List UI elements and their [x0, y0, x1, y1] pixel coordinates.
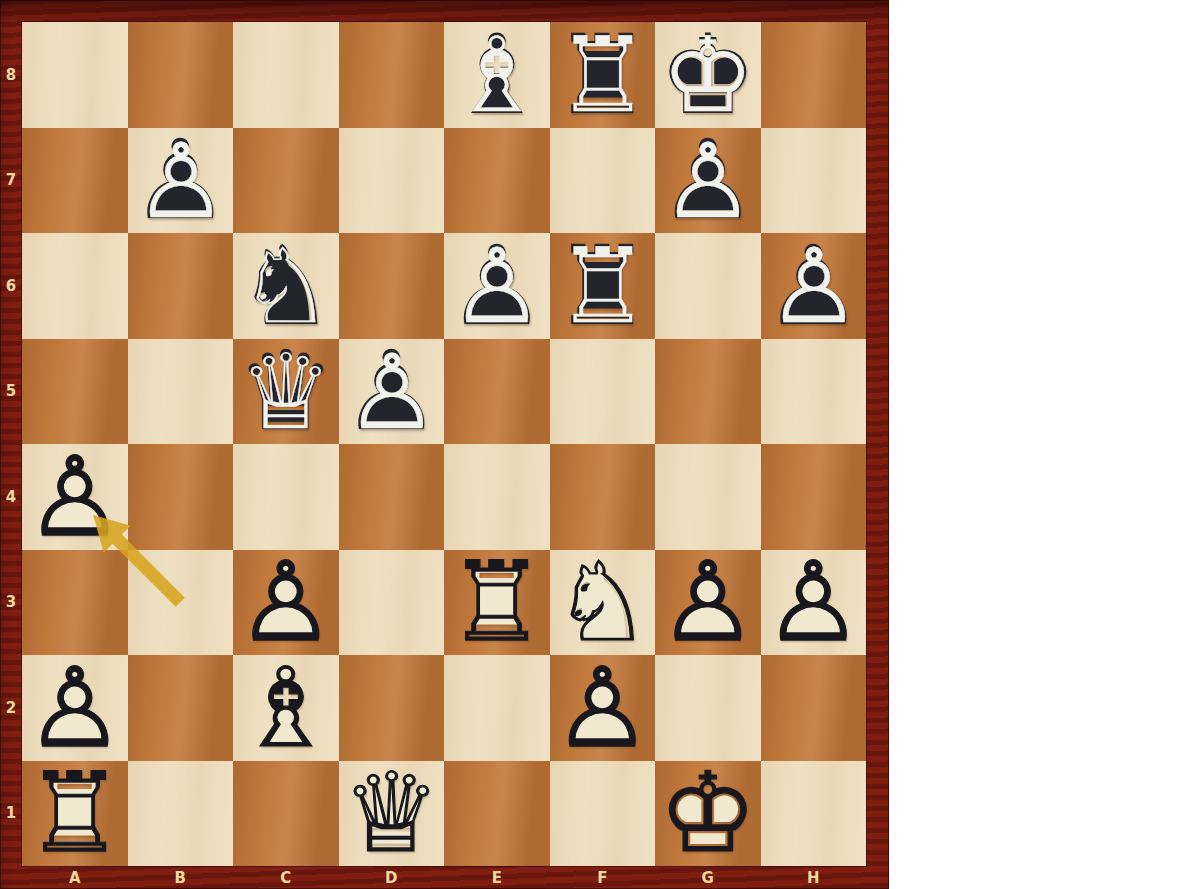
square-e2[interactable] [444, 655, 550, 761]
square-a1[interactable]: ♜♖ [22, 761, 128, 867]
square-f4[interactable] [550, 444, 656, 550]
square-c5[interactable]: ♛♕ [233, 339, 339, 445]
black-rook-f6: ♜♖ [550, 233, 656, 339]
chess-board: ♝♗♜♖♚♔♟♙♟♙♞♘♟♙♜♖♟♙♛♕♟♙♟♙♟♙♜♖♞♘♟♙♟♙♟♙♝♗♟♙… [22, 22, 866, 866]
square-c2[interactable]: ♝♗ [233, 655, 339, 761]
white-rook-detail: ♖ [22, 761, 128, 867]
black-pawn-d5: ♟♙ [339, 339, 445, 445]
rank-label-3: 3 [0, 550, 22, 656]
white-king-g1: ♚♔ [655, 761, 761, 867]
square-a3[interactable] [22, 550, 128, 656]
square-c1[interactable] [233, 761, 339, 867]
black-knight-c6: ♞♘ [233, 233, 339, 339]
square-g7[interactable]: ♟♙ [655, 128, 761, 234]
black-rook-f8: ♜♖ [550, 22, 656, 128]
square-d7[interactable] [339, 128, 445, 234]
black-king-g8: ♚♔ [655, 22, 761, 128]
square-d3[interactable] [339, 550, 445, 656]
square-c3[interactable]: ♟♙ [233, 550, 339, 656]
black-queen-glyph: ♛ [233, 339, 339, 445]
white-pawn-detail: ♙ [22, 655, 128, 761]
white-rook-a1: ♜♖ [22, 761, 128, 867]
square-f1[interactable] [550, 761, 656, 867]
black-queen-c5: ♛♕ [233, 339, 339, 445]
square-a4[interactable]: ♟♙ [22, 444, 128, 550]
square-f3[interactable]: ♞♘ [550, 550, 656, 656]
square-h8[interactable] [761, 22, 867, 128]
black-rook-glyph: ♜ [550, 22, 656, 128]
square-d8[interactable] [339, 22, 445, 128]
file-label-d: D [339, 866, 445, 889]
white-pawn-glyph: ♟ [233, 550, 339, 656]
white-queen-glyph: ♛ [339, 761, 445, 867]
square-a6[interactable] [22, 233, 128, 339]
rank-label-2: 2 [0, 655, 22, 761]
white-bishop-detail: ♗ [233, 655, 339, 761]
black-rook-detail: ♖ [553, 236, 652, 335]
square-b7[interactable]: ♟♙ [128, 128, 234, 234]
square-h5[interactable] [761, 339, 867, 445]
chess-board-frame: 87654321 ABCDEFGH ♝♗♜♖♚♔♟♙♟♙♞♘♟♙♜♖♟♙♛♕♟♙… [0, 0, 889, 889]
black-queen-detail: ♕ [236, 342, 335, 441]
rank-label-6: 6 [0, 233, 22, 339]
square-h6[interactable]: ♟♙ [761, 233, 867, 339]
file-label-f: F [550, 866, 656, 889]
black-pawn-glyph: ♟ [655, 128, 761, 234]
white-knight-detail: ♘ [550, 550, 656, 656]
file-label-b: B [128, 866, 234, 889]
square-c7[interactable] [233, 128, 339, 234]
black-pawn-g7: ♟♙ [655, 128, 761, 234]
square-d2[interactable] [339, 655, 445, 761]
black-king-glyph: ♚ [655, 22, 761, 128]
rank-label-7: 7 [0, 128, 22, 234]
white-pawn-detail: ♙ [655, 550, 761, 656]
black-knight-glyph: ♞ [233, 233, 339, 339]
square-e6[interactable]: ♟♙ [444, 233, 550, 339]
black-pawn-glyph: ♟ [444, 233, 550, 339]
white-pawn-a4: ♟♙ [22, 444, 128, 550]
file-labels: ABCDEFGH [22, 866, 866, 889]
white-queen-d1: ♛♕ [339, 761, 445, 867]
square-f6[interactable]: ♜♖ [550, 233, 656, 339]
square-a5[interactable] [22, 339, 128, 445]
square-g1[interactable]: ♚♔ [655, 761, 761, 867]
black-pawn-detail: ♙ [764, 236, 863, 335]
square-b6[interactable] [128, 233, 234, 339]
square-e3[interactable]: ♜♖ [444, 550, 550, 656]
square-b3[interactable] [128, 550, 234, 656]
white-pawn-c3: ♟♙ [233, 550, 339, 656]
square-d1[interactable]: ♛♕ [339, 761, 445, 867]
square-b8[interactable] [128, 22, 234, 128]
rank-label-5: 5 [0, 339, 22, 445]
black-pawn-glyph: ♟ [339, 339, 445, 445]
white-rook-e3: ♜♖ [444, 550, 550, 656]
square-g4[interactable] [655, 444, 761, 550]
square-h2[interactable] [761, 655, 867, 761]
square-g2[interactable] [655, 655, 761, 761]
square-f8[interactable]: ♜♖ [550, 22, 656, 128]
square-e5[interactable] [444, 339, 550, 445]
square-e4[interactable] [444, 444, 550, 550]
white-pawn-glyph: ♟ [550, 655, 656, 761]
rank-label-4: 4 [0, 444, 22, 550]
white-bishop-glyph: ♝ [233, 655, 339, 761]
file-label-e: E [444, 866, 550, 889]
square-a8[interactable] [22, 22, 128, 128]
square-h4[interactable] [761, 444, 867, 550]
black-pawn-glyph: ♟ [761, 233, 867, 339]
black-bishop-glyph: ♝ [444, 22, 550, 128]
white-pawn-a2: ♟♙ [22, 655, 128, 761]
square-a2[interactable]: ♟♙ [22, 655, 128, 761]
rank-labels: 87654321 [0, 22, 22, 866]
square-e1[interactable] [444, 761, 550, 867]
white-king-detail: ♔ [655, 761, 761, 867]
white-knight-f3: ♞♘ [550, 550, 656, 656]
black-pawn-h6: ♟♙ [761, 233, 867, 339]
white-pawn-glyph: ♟ [761, 550, 867, 656]
square-g3[interactable]: ♟♙ [655, 550, 761, 656]
white-pawn-glyph: ♟ [22, 444, 128, 550]
white-pawn-detail: ♙ [233, 550, 339, 656]
white-pawn-f2: ♟♙ [550, 655, 656, 761]
square-a7[interactable] [22, 128, 128, 234]
square-h3[interactable]: ♟♙ [761, 550, 867, 656]
black-pawn-b7: ♟♙ [128, 128, 234, 234]
square-b5[interactable] [128, 339, 234, 445]
square-c8[interactable] [233, 22, 339, 128]
square-f7[interactable] [550, 128, 656, 234]
square-d6[interactable] [339, 233, 445, 339]
file-label-c: C [233, 866, 339, 889]
white-pawn-detail: ♙ [550, 655, 656, 761]
white-bishop-c2: ♝♗ [233, 655, 339, 761]
file-label-a: A [22, 866, 128, 889]
white-rook-glyph: ♜ [444, 550, 550, 656]
white-pawn-glyph: ♟ [22, 655, 128, 761]
black-pawn-e6: ♟♙ [444, 233, 550, 339]
white-rook-detail: ♖ [444, 550, 550, 656]
square-g8[interactable]: ♚♔ [655, 22, 761, 128]
square-b1[interactable] [128, 761, 234, 867]
square-d4[interactable] [339, 444, 445, 550]
square-g6[interactable] [655, 233, 761, 339]
white-queen-detail: ♕ [339, 761, 445, 867]
white-pawn-glyph: ♟ [655, 550, 761, 656]
black-bishop-detail: ♗ [447, 25, 546, 124]
square-d5[interactable]: ♟♙ [339, 339, 445, 445]
file-label-g: G [655, 866, 761, 889]
rank-label-8: 8 [0, 22, 22, 128]
white-knight-glyph: ♞ [550, 550, 656, 656]
black-rook-glyph: ♜ [550, 233, 656, 339]
white-pawn-g3: ♟♙ [655, 550, 761, 656]
black-king-detail: ♔ [658, 25, 757, 124]
black-pawn-detail: ♙ [658, 131, 757, 230]
square-f2[interactable]: ♟♙ [550, 655, 656, 761]
square-c4[interactable] [233, 444, 339, 550]
white-rook-glyph: ♜ [22, 761, 128, 867]
square-f5[interactable] [550, 339, 656, 445]
square-b4[interactable] [128, 444, 234, 550]
white-pawn-detail: ♙ [22, 444, 128, 550]
black-pawn-detail: ♙ [447, 236, 546, 335]
square-e8[interactable]: ♝♗ [444, 22, 550, 128]
black-bishop-e8: ♝♗ [444, 22, 550, 128]
square-g5[interactable] [655, 339, 761, 445]
file-label-h: H [761, 866, 867, 889]
white-king-glyph: ♚ [655, 761, 761, 867]
square-b2[interactable] [128, 655, 234, 761]
black-pawn-detail: ♙ [131, 131, 230, 230]
square-e7[interactable] [444, 128, 550, 234]
square-c6[interactable]: ♞♘ [233, 233, 339, 339]
white-pawn-detail: ♙ [761, 550, 867, 656]
board-grid: ♝♗♜♖♚♔♟♙♟♙♞♘♟♙♜♖♟♙♛♕♟♙♟♙♟♙♜♖♞♘♟♙♟♙♟♙♝♗♟♙… [22, 22, 866, 866]
square-h7[interactable] [761, 128, 867, 234]
page: 87654321 ABCDEFGH ♝♗♜♖♚♔♟♙♟♙♞♘♟♙♜♖♟♙♛♕♟♙… [0, 0, 1200, 889]
black-knight-detail: ♘ [236, 236, 335, 335]
square-h1[interactable] [761, 761, 867, 867]
rank-label-1: 1 [0, 761, 22, 867]
black-pawn-detail: ♙ [342, 342, 441, 441]
black-pawn-glyph: ♟ [128, 128, 234, 234]
white-pawn-h3: ♟♙ [761, 550, 867, 656]
black-rook-detail: ♖ [553, 25, 652, 124]
